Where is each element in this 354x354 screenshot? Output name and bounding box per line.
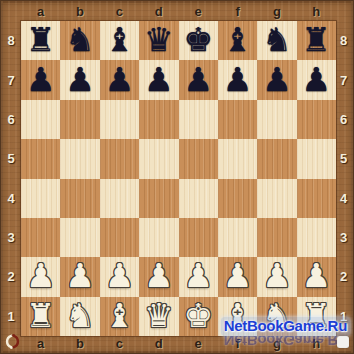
piece-black-pawn-f7[interactable]: ♟ (223, 63, 253, 96)
rank-labels-right: 87654321 (334, 21, 353, 336)
square-f8[interactable]: ♝ (218, 21, 257, 60)
piece-white-pawn-e2[interactable]: ♟ (183, 259, 213, 292)
file-label-e: e (179, 333, 218, 353)
square-d3[interactable] (139, 218, 178, 257)
file-label-d: d (139, 1, 178, 21)
piece-white-pawn-h2[interactable]: ♟ (302, 259, 332, 292)
rank-label-4: 4 (1, 179, 21, 218)
square-f7[interactable]: ♟ (218, 60, 257, 99)
piece-black-rook-a8[interactable]: ♜ (26, 23, 56, 56)
piece-white-king-e1[interactable]: ♚ (183, 299, 213, 332)
square-g8[interactable]: ♞ (257, 21, 296, 60)
square-b7[interactable]: ♟ (60, 60, 99, 99)
square-h8[interactable]: ♜ (297, 21, 336, 60)
square-d6[interactable] (139, 100, 178, 139)
piece-white-rook-a1[interactable]: ♜ (26, 299, 56, 332)
rank-label-2: 2 (334, 257, 353, 296)
piece-black-knight-g8[interactable]: ♞ (262, 23, 292, 56)
file-label-c: c (100, 333, 139, 353)
square-h3[interactable] (297, 218, 336, 257)
file-label-c: c (100, 1, 139, 21)
square-d1[interactable]: ♛ (139, 297, 178, 336)
square-d4[interactable] (139, 179, 178, 218)
square-g4[interactable] (257, 179, 296, 218)
square-a3[interactable] (21, 218, 60, 257)
piece-black-pawn-b7[interactable]: ♟ (65, 63, 95, 96)
rank-label-6: 6 (1, 100, 21, 139)
file-labels-top: abcdefgh (21, 1, 336, 21)
square-f5[interactable] (218, 139, 257, 178)
square-c2[interactable]: ♟ (100, 257, 139, 296)
square-a1[interactable]: ♜ (21, 297, 60, 336)
square-c4[interactable] (100, 179, 139, 218)
square-c6[interactable] (100, 100, 139, 139)
corner-badge (337, 336, 349, 348)
square-f3[interactable] (218, 218, 257, 257)
square-b5[interactable] (60, 139, 99, 178)
rank-labels-left: 87654321 (1, 21, 21, 336)
square-e2[interactable]: ♟ (179, 257, 218, 296)
square-a5[interactable] (21, 139, 60, 178)
square-b3[interactable] (60, 218, 99, 257)
square-h6[interactable] (297, 100, 336, 139)
piece-white-queen-d1[interactable]: ♛ (144, 299, 174, 332)
square-c7[interactable]: ♟ (100, 60, 139, 99)
chess-board-frame: abcdefgh abcdefgh 87654321 87654321 ♜♞♝♛… (0, 0, 354, 354)
square-c8[interactable]: ♝ (100, 21, 139, 60)
square-e4[interactable] (179, 179, 218, 218)
square-d5[interactable] (139, 139, 178, 178)
piece-white-pawn-c2[interactable]: ♟ (105, 259, 135, 292)
square-c1[interactable]: ♝ (100, 297, 139, 336)
piece-black-pawn-g7[interactable]: ♟ (262, 63, 292, 96)
square-a2[interactable]: ♟ (21, 257, 60, 296)
file-label-b: b (60, 333, 99, 353)
file-label-d: d (139, 333, 178, 353)
file-label-g: g (257, 1, 296, 21)
square-a6[interactable] (21, 100, 60, 139)
file-labels-bottom: abcdefgh (21, 333, 336, 353)
square-g6[interactable] (257, 100, 296, 139)
square-e8[interactable]: ♚ (179, 21, 218, 60)
square-d7[interactable]: ♟ (139, 60, 178, 99)
square-e7[interactable]: ♟ (179, 60, 218, 99)
square-g2[interactable]: ♟ (257, 257, 296, 296)
file-label-a: a (21, 1, 60, 21)
chess-board: ♜♞♝♛♚♝♞♜♟♟♟♟♟♟♟♟♟♟♟♟♟♟♟♟♜♞♝♛♚♝♞♜ (21, 21, 336, 336)
square-h2[interactable]: ♟ (297, 257, 336, 296)
piece-white-pawn-f2[interactable]: ♟ (223, 259, 253, 292)
piece-black-bishop-c8[interactable]: ♝ (105, 23, 135, 56)
piece-black-king-e8[interactable]: ♚ (183, 23, 213, 56)
rank-label-7: 7 (1, 60, 21, 99)
square-h4[interactable] (297, 179, 336, 218)
square-d2[interactable]: ♟ (139, 257, 178, 296)
watermark-text: NetBookGame.Ru (224, 317, 347, 334)
square-e1[interactable]: ♚ (179, 297, 218, 336)
piece-white-bishop-c1[interactable]: ♝ (105, 299, 135, 332)
square-d8[interactable]: ♛ (139, 21, 178, 60)
square-h5[interactable] (297, 139, 336, 178)
file-label-f: f (218, 1, 257, 21)
file-label-a: a (21, 333, 60, 353)
rank-label-1: 1 (1, 297, 21, 336)
rank-label-2: 2 (1, 257, 21, 296)
flip-board-icon[interactable] (5, 334, 20, 349)
square-c5[interactable] (100, 139, 139, 178)
piece-black-rook-h8[interactable]: ♜ (302, 23, 332, 56)
file-label-f: f (218, 333, 257, 353)
rank-label-3: 3 (334, 218, 353, 257)
piece-white-pawn-d2[interactable]: ♟ (144, 259, 174, 292)
piece-white-knight-b1[interactable]: ♞ (65, 299, 95, 332)
square-b1[interactable]: ♞ (60, 297, 99, 336)
file-label-g: g (257, 333, 296, 353)
square-b8[interactable]: ♞ (60, 21, 99, 60)
square-f2[interactable]: ♟ (218, 257, 257, 296)
watermark: NetBookGame.Ru NetBookGame.Ru (221, 317, 350, 336)
piece-white-pawn-g2[interactable]: ♟ (262, 259, 292, 292)
piece-black-pawn-d7[interactable]: ♟ (144, 63, 174, 96)
rank-label-6: 6 (334, 100, 353, 139)
rank-label-5: 5 (334, 139, 353, 178)
square-f6[interactable] (218, 100, 257, 139)
square-e5[interactable] (179, 139, 218, 178)
piece-black-pawn-e7[interactable]: ♟ (183, 63, 213, 96)
square-e3[interactable] (179, 218, 218, 257)
file-label-h: h (297, 333, 336, 353)
square-a4[interactable] (21, 179, 60, 218)
square-h7[interactable]: ♟ (297, 60, 336, 99)
square-b4[interactable] (60, 179, 99, 218)
square-f4[interactable] (218, 179, 257, 218)
rank-label-8: 8 (1, 21, 21, 60)
square-g3[interactable] (257, 218, 296, 257)
piece-black-pawn-c7[interactable]: ♟ (105, 63, 135, 96)
piece-black-knight-b8[interactable]: ♞ (65, 23, 95, 56)
piece-black-bishop-f8[interactable]: ♝ (223, 23, 253, 56)
rank-label-8: 8 (334, 21, 353, 60)
file-label-h: h (297, 1, 336, 21)
watermark-band: NetBookGame.Ru (221, 317, 350, 336)
file-label-b: b (60, 1, 99, 21)
square-g7[interactable]: ♟ (257, 60, 296, 99)
square-a7[interactable]: ♟ (21, 60, 60, 99)
rank-label-5: 5 (1, 139, 21, 178)
piece-black-pawn-a7[interactable]: ♟ (26, 63, 56, 96)
square-c3[interactable] (100, 218, 139, 257)
square-g5[interactable] (257, 139, 296, 178)
rank-label-4: 4 (334, 179, 353, 218)
square-e6[interactable] (179, 100, 218, 139)
piece-white-pawn-b2[interactable]: ♟ (65, 259, 95, 292)
rank-label-7: 7 (334, 60, 353, 99)
square-b6[interactable] (60, 100, 99, 139)
piece-black-queen-d8[interactable]: ♛ (144, 23, 174, 56)
file-label-e: e (179, 1, 218, 21)
piece-white-pawn-a2[interactable]: ♟ (26, 259, 56, 292)
square-b2[interactable]: ♟ (60, 257, 99, 296)
piece-black-pawn-h7[interactable]: ♟ (302, 63, 332, 96)
rank-label-3: 3 (1, 218, 21, 257)
square-a8[interactable]: ♜ (21, 21, 60, 60)
